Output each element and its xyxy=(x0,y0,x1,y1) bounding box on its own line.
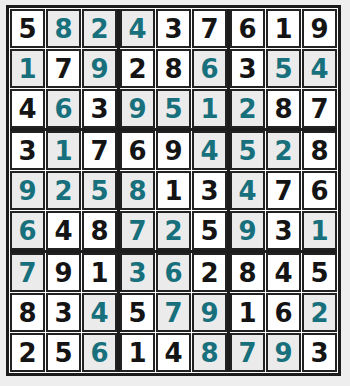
cell-r5c6[interactable]: 3 xyxy=(192,171,227,210)
box-r2c1: 317925648 xyxy=(10,131,117,250)
box-r1c3: 619354287 xyxy=(230,9,337,128)
box-r1c1: 582179463 xyxy=(10,9,117,128)
cell-r2c6[interactable]: 6 xyxy=(192,49,227,88)
cell-r6c2[interactable]: 4 xyxy=(46,211,81,250)
cell-r6c7[interactable]: 9 xyxy=(230,211,265,250)
cell-r3c2[interactable]: 6 xyxy=(46,89,81,128)
cell-r4c5[interactable]: 9 xyxy=(156,131,191,170)
cell-r7c5[interactable]: 6 xyxy=(156,253,191,292)
cell-r6c8[interactable]: 3 xyxy=(266,211,301,250)
cell-r1c4[interactable]: 4 xyxy=(120,9,155,48)
cell-r7c7[interactable]: 8 xyxy=(230,253,265,292)
box-r1c2: 437286951 xyxy=(120,9,227,128)
cell-r7c2[interactable]: 9 xyxy=(46,253,81,292)
cell-r4c6[interactable]: 4 xyxy=(192,131,227,170)
cell-r3c4[interactable]: 9 xyxy=(120,89,155,128)
cell-r2c7[interactable]: 3 xyxy=(230,49,265,88)
cell-r6c9[interactable]: 1 xyxy=(302,211,337,250)
cell-r4c4[interactable]: 6 xyxy=(120,131,155,170)
cell-r9c3[interactable]: 6 xyxy=(82,333,117,372)
cell-r3c8[interactable]: 8 xyxy=(266,89,301,128)
sudoku-boxes: 5821794634372869516193542873179256486948… xyxy=(10,9,337,372)
sudoku-board: 5821794634372869516193542873179256486948… xyxy=(6,5,341,376)
cell-r6c1[interactable]: 6 xyxy=(10,211,45,250)
cell-r9c6[interactable]: 8 xyxy=(192,333,227,372)
cell-r6c6[interactable]: 5 xyxy=(192,211,227,250)
cell-r5c2[interactable]: 2 xyxy=(46,171,81,210)
cell-r8c9[interactable]: 2 xyxy=(302,293,337,332)
cell-r9c5[interactable]: 4 xyxy=(156,333,191,372)
cell-r7c8[interactable]: 4 xyxy=(266,253,301,292)
cell-r5c7[interactable]: 4 xyxy=(230,171,265,210)
cell-r2c5[interactable]: 8 xyxy=(156,49,191,88)
cell-r2c9[interactable]: 4 xyxy=(302,49,337,88)
cell-r9c1[interactable]: 2 xyxy=(10,333,45,372)
cell-r7c6[interactable]: 2 xyxy=(192,253,227,292)
cell-r8c5[interactable]: 7 xyxy=(156,293,191,332)
cell-r2c4[interactable]: 2 xyxy=(120,49,155,88)
cell-r4c2[interactable]: 1 xyxy=(46,131,81,170)
cell-r8c4[interactable]: 5 xyxy=(120,293,155,332)
cell-r4c3[interactable]: 7 xyxy=(82,131,117,170)
cell-r5c5[interactable]: 1 xyxy=(156,171,191,210)
cell-r4c9[interactable]: 8 xyxy=(302,131,337,170)
cell-r1c3[interactable]: 2 xyxy=(82,9,117,48)
cell-r1c2[interactable]: 8 xyxy=(46,9,81,48)
cell-r1c8[interactable]: 1 xyxy=(266,9,301,48)
cell-r2c8[interactable]: 5 xyxy=(266,49,301,88)
box-r3c2: 362579148 xyxy=(120,253,227,372)
cell-r8c8[interactable]: 6 xyxy=(266,293,301,332)
cell-r1c6[interactable]: 7 xyxy=(192,9,227,48)
cell-r8c1[interactable]: 8 xyxy=(10,293,45,332)
cell-r9c2[interactable]: 5 xyxy=(46,333,81,372)
cell-r7c4[interactable]: 3 xyxy=(120,253,155,292)
cell-r6c3[interactable]: 8 xyxy=(82,211,117,250)
cell-r5c4[interactable]: 8 xyxy=(120,171,155,210)
cell-r8c7[interactable]: 1 xyxy=(230,293,265,332)
cell-r2c3[interactable]: 9 xyxy=(82,49,117,88)
cell-r5c1[interactable]: 9 xyxy=(10,171,45,210)
box-r2c3: 528476931 xyxy=(230,131,337,250)
cell-r3c5[interactable]: 5 xyxy=(156,89,191,128)
cell-r5c9[interactable]: 6 xyxy=(302,171,337,210)
cell-r1c9[interactable]: 9 xyxy=(302,9,337,48)
cell-r1c1[interactable]: 5 xyxy=(10,9,45,48)
cell-r4c7[interactable]: 5 xyxy=(230,131,265,170)
cell-r8c6[interactable]: 9 xyxy=(192,293,227,332)
cell-r5c3[interactable]: 5 xyxy=(82,171,117,210)
cell-r5c8[interactable]: 7 xyxy=(266,171,301,210)
cell-r7c1[interactable]: 7 xyxy=(10,253,45,292)
cell-r4c1[interactable]: 3 xyxy=(10,131,45,170)
box-r3c3: 845162793 xyxy=(230,253,337,372)
cell-r1c5[interactable]: 3 xyxy=(156,9,191,48)
cell-r3c6[interactable]: 1 xyxy=(192,89,227,128)
cell-r6c4[interactable]: 7 xyxy=(120,211,155,250)
cell-r3c9[interactable]: 7 xyxy=(302,89,337,128)
box-r3c1: 791834256 xyxy=(10,253,117,372)
cell-r2c1[interactable]: 1 xyxy=(10,49,45,88)
cell-r9c9[interactable]: 3 xyxy=(302,333,337,372)
cell-r3c3[interactable]: 3 xyxy=(82,89,117,128)
cell-r1c7[interactable]: 6 xyxy=(230,9,265,48)
cell-r4c8[interactable]: 2 xyxy=(266,131,301,170)
cell-r7c3[interactable]: 1 xyxy=(82,253,117,292)
cell-r9c4[interactable]: 1 xyxy=(120,333,155,372)
cell-r8c3[interactable]: 4 xyxy=(82,293,117,332)
page: 5821794634372869516193542873179256486948… xyxy=(0,0,350,386)
cell-r9c8[interactable]: 9 xyxy=(266,333,301,372)
cell-r6c5[interactable]: 2 xyxy=(156,211,191,250)
box-r2c2: 694813725 xyxy=(120,131,227,250)
cell-r3c1[interactable]: 4 xyxy=(10,89,45,128)
cell-r2c2[interactable]: 7 xyxy=(46,49,81,88)
cell-r9c7[interactable]: 7 xyxy=(230,333,265,372)
cell-r3c7[interactable]: 2 xyxy=(230,89,265,128)
cell-r7c9[interactable]: 5 xyxy=(302,253,337,292)
cell-r8c2[interactable]: 3 xyxy=(46,293,81,332)
